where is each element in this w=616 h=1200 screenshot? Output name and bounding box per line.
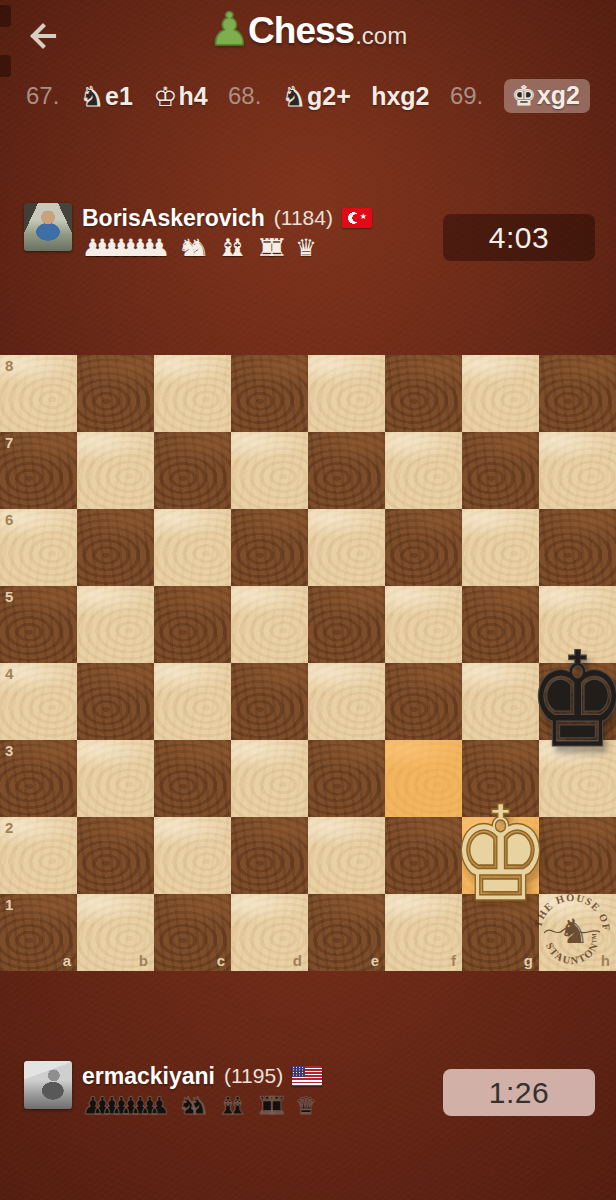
square-a7[interactable]: 7 (0, 432, 77, 509)
square-c7[interactable] (154, 432, 231, 509)
square-c2[interactable] (154, 817, 231, 894)
square-b5[interactable] (77, 586, 154, 663)
square-c8[interactable] (154, 355, 231, 432)
square-b2[interactable] (77, 817, 154, 894)
move-Kxg2[interactable]: ♚xg2 (504, 79, 590, 113)
rank-label-4: 4 (5, 666, 13, 681)
square-d8[interactable] (231, 355, 308, 432)
square-h8[interactable] (539, 355, 616, 432)
figurine-icon: ♞ (80, 83, 104, 110)
figurine-icon: ♞ (282, 83, 306, 110)
rank-label-6: 6 (5, 512, 13, 527)
move-number: 68. (228, 82, 261, 110)
move-number: 69. (450, 82, 483, 110)
square-g8[interactable] (462, 355, 539, 432)
square-b4[interactable] (77, 663, 154, 740)
file-label-a: a (63, 953, 71, 968)
square-a5[interactable]: 5 (0, 586, 77, 663)
rank-label-7: 7 (5, 435, 13, 450)
square-g7[interactable] (462, 432, 539, 509)
square-c4[interactable] (154, 663, 231, 740)
square-a4[interactable]: 4 (0, 663, 77, 740)
file-label-c: c (217, 953, 225, 968)
move-hxg2[interactable]: hxg2 (371, 82, 429, 111)
move-Ne1[interactable]: ♞e1 (80, 82, 133, 111)
captured-group: ♟♟♟♟♟♟♟♟ (82, 236, 158, 260)
captured-group: ♛ (295, 1094, 305, 1118)
captured-group: ♜♜ (256, 236, 275, 260)
square-d7[interactable] (231, 432, 308, 509)
player-rating: (1195) (224, 1064, 283, 1088)
rank-label-2: 2 (5, 820, 13, 835)
square-h7[interactable] (539, 432, 616, 509)
square-f5[interactable] (385, 586, 462, 663)
square-e1[interactable]: e (308, 894, 385, 971)
rank-label-5: 5 (5, 589, 13, 604)
square-d5[interactable] (231, 586, 308, 663)
player-name[interactable]: ermackiyani (82, 1063, 215, 1090)
captured-group: ♛ (295, 236, 305, 260)
square-a6[interactable]: 6 (0, 509, 77, 586)
player-panel-bottom: ermackiyani (1195) ♟♟♟♟♟♟♟♟♞♞♝♝♜♜♛ 1:26 (24, 1056, 595, 1126)
usa-flag-icon (292, 1066, 322, 1086)
captured-group: ♝♝ (217, 236, 236, 260)
turkey-flag-icon (342, 208, 372, 228)
figurine-icon: ♔ (153, 83, 177, 110)
square-h6[interactable] (539, 509, 616, 586)
clock-bottom: 1:26 (443, 1069, 595, 1116)
captured-group: ♝♝ (217, 1094, 236, 1118)
square-a1[interactable]: 1a (0, 894, 77, 971)
square-d1[interactable]: d (231, 894, 308, 971)
square-e8[interactable] (308, 355, 385, 432)
player-avatar[interactable] (24, 1061, 72, 1109)
move-Kh4[interactable]: ♔h4 (153, 82, 207, 111)
square-c5[interactable] (154, 586, 231, 663)
chess-app-screen: ♟ Chess .com 67.♞e1♔h468.♞g2+hxg269.♚xg2… (0, 0, 616, 1200)
square-g6[interactable] (462, 509, 539, 586)
green-pawn-icon: ♟ (209, 6, 250, 52)
move-Ng2+[interactable]: ♞g2+ (282, 82, 351, 111)
app-bar: ♟ Chess .com (0, 0, 616, 70)
clock-top: 4:03 (443, 214, 595, 261)
square-f6[interactable] (385, 509, 462, 586)
logo-tld-text: .com (355, 22, 407, 50)
file-label-b: b (139, 953, 148, 968)
rank-label-3: 3 (5, 743, 13, 758)
player-name[interactable]: BorisAskerovich (82, 205, 265, 232)
captured-group: ♞♞ (178, 236, 197, 260)
file-label-e: e (371, 953, 379, 968)
rank-label-8: 8 (5, 358, 13, 373)
square-a8[interactable]: 8 (0, 355, 77, 432)
square-f8[interactable] (385, 355, 462, 432)
square-e3[interactable] (308, 740, 385, 817)
square-c3[interactable] (154, 740, 231, 817)
file-label-f: f (451, 953, 456, 968)
player-avatar[interactable] (24, 203, 72, 251)
player-panel-top: BorisAskerovich (1184) ♟♟♟♟♟♟♟♟♞♞♝♝♜♜♛ 4… (24, 198, 595, 268)
black-king[interactable]: ♚ (539, 663, 616, 740)
square-e4[interactable] (308, 663, 385, 740)
square-c1[interactable]: c (154, 894, 231, 971)
rank-label-1: 1 (5, 897, 13, 912)
player-rating: (1184) (274, 206, 333, 230)
chess-board: 87654321abcdefgh♚♚ (0, 355, 616, 971)
square-c6[interactable] (154, 509, 231, 586)
chesscom-logo: ♟ Chess .com (0, 8, 616, 54)
square-d4[interactable] (231, 663, 308, 740)
square-f4[interactable] (385, 663, 462, 740)
file-label-d: d (293, 953, 302, 968)
square-a3[interactable]: 3 (0, 740, 77, 817)
figurine-icon: ♚ (512, 82, 536, 109)
square-b8[interactable] (77, 355, 154, 432)
move-number: 67. (26, 82, 59, 110)
logo-brand-text: Chess (248, 10, 354, 52)
move-list: 67.♞e1♔h468.♞g2+hxg269.♚xg2 (0, 74, 616, 118)
captured-group: ♜♜ (256, 1094, 275, 1118)
square-e7[interactable] (308, 432, 385, 509)
square-a2[interactable]: 2 (0, 817, 77, 894)
square-d6[interactable] (231, 509, 308, 586)
square-b7[interactable] (77, 432, 154, 509)
captured-group: ♟♟♟♟♟♟♟♟ (82, 1094, 158, 1118)
square-f7[interactable] (385, 432, 462, 509)
square-b3[interactable] (77, 740, 154, 817)
knight-watermark-icon: ♞ (559, 911, 589, 951)
square-e6[interactable] (308, 509, 385, 586)
white-king[interactable]: ♚ (462, 817, 539, 894)
captured-group: ♞♞ (178, 1094, 197, 1118)
square-e2[interactable] (308, 817, 385, 894)
square-e5[interactable] (308, 586, 385, 663)
square-b1[interactable]: b (77, 894, 154, 971)
square-d3[interactable] (231, 740, 308, 817)
square-d2[interactable] (231, 817, 308, 894)
square-b6[interactable] (77, 509, 154, 586)
